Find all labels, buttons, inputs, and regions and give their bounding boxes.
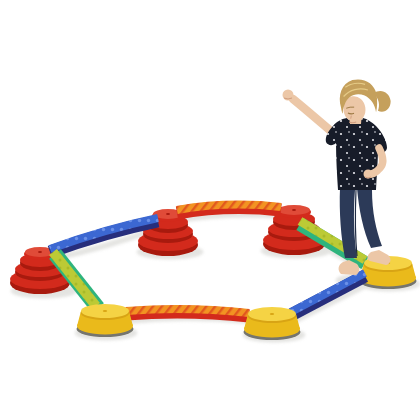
orange-plank-bottom <box>126 309 249 316</box>
orange-plank-top <box>177 205 281 213</box>
photo-canvas <box>0 0 420 420</box>
balance-course-scene <box>0 0 420 420</box>
yellow-stone-bottom-center <box>244 307 301 340</box>
yellow-stone-bottom-left <box>77 304 134 337</box>
child-left-hand <box>364 170 373 179</box>
